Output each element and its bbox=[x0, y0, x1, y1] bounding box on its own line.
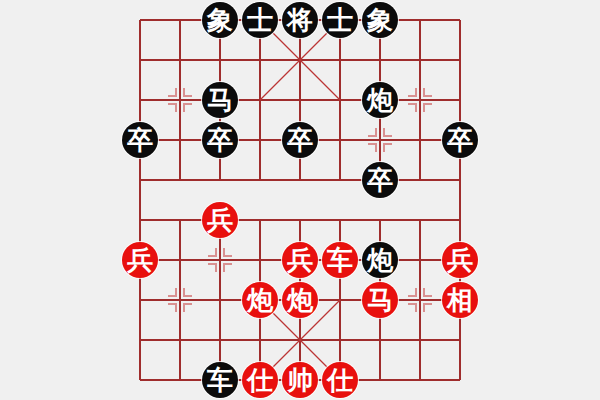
xiangqi-board[interactable]: 象士将士象马炮卒卒卒卒卒兵兵兵车炮兵炮炮马相车仕帅仕 bbox=[120, 0, 480, 400]
piece-red-soldier[interactable]: 兵 bbox=[442, 242, 478, 278]
piece-red-cannon[interactable]: 炮 bbox=[282, 282, 318, 318]
piece-black-cannon[interactable]: 炮 bbox=[362, 242, 398, 278]
xiangqi-diagram: 象士将士象马炮卒卒卒卒卒兵兵兵车炮兵炮炮马相车仕帅仕 bbox=[0, 0, 600, 400]
piece-black-elephant[interactable]: 象 bbox=[362, 2, 398, 38]
piece-red-soldier[interactable]: 兵 bbox=[122, 242, 158, 278]
piece-black-cannon[interactable]: 炮 bbox=[362, 82, 398, 118]
piece-black-soldier[interactable]: 卒 bbox=[362, 162, 398, 198]
piece-black-general[interactable]: 将 bbox=[282, 2, 318, 38]
piece-red-chariot[interactable]: 车 bbox=[322, 242, 358, 278]
piece-black-horse[interactable]: 马 bbox=[202, 82, 238, 118]
piece-red-cannon[interactable]: 炮 bbox=[242, 282, 278, 318]
piece-red-horse[interactable]: 马 bbox=[362, 282, 398, 318]
piece-black-elephant[interactable]: 象 bbox=[202, 2, 238, 38]
piece-black-soldier[interactable]: 卒 bbox=[122, 122, 158, 158]
piece-red-advisor[interactable]: 仕 bbox=[322, 362, 358, 398]
piece-red-elephant[interactable]: 相 bbox=[442, 282, 478, 318]
piece-red-soldier[interactable]: 兵 bbox=[282, 242, 318, 278]
piece-black-soldier[interactable]: 卒 bbox=[282, 122, 318, 158]
piece-red-advisor[interactable]: 仕 bbox=[242, 362, 278, 398]
piece-black-advisor[interactable]: 士 bbox=[242, 2, 278, 38]
piece-red-soldier[interactable]: 兵 bbox=[202, 202, 238, 238]
piece-black-chariot[interactable]: 车 bbox=[202, 362, 238, 398]
piece-black-soldier[interactable]: 卒 bbox=[202, 122, 238, 158]
piece-red-general[interactable]: 帅 bbox=[282, 362, 318, 398]
piece-black-soldier[interactable]: 卒 bbox=[442, 122, 478, 158]
piece-black-advisor[interactable]: 士 bbox=[322, 2, 358, 38]
